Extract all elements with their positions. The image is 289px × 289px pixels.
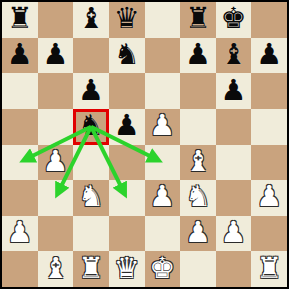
square-f6[interactable] — [180, 73, 216, 109]
black-pawn-piece[interactable]: ♟ — [221, 76, 247, 105]
square-a1[interactable] — [2, 251, 38, 287]
square-g4[interactable] — [216, 145, 252, 181]
white-rook-piece[interactable]: ♜ — [256, 254, 282, 283]
white-bishop-piece[interactable]: ♝ — [42, 254, 68, 283]
square-h5[interactable] — [251, 109, 287, 145]
square-g8[interactable]: ♚ — [216, 2, 252, 38]
black-pawn-piece[interactable]: ♟ — [78, 76, 104, 105]
square-f3[interactable]: ♞ — [180, 180, 216, 216]
square-d6[interactable] — [109, 73, 145, 109]
square-d7[interactable]: ♞ — [109, 38, 145, 74]
black-knight-piece[interactable]: ♞ — [78, 111, 104, 140]
square-d8[interactable]: ♛ — [109, 2, 145, 38]
black-pawn-piece[interactable]: ♟ — [185, 40, 211, 69]
square-h8[interactable] — [251, 2, 287, 38]
square-b3[interactable] — [38, 180, 74, 216]
square-c2[interactable] — [73, 216, 109, 252]
white-bishop-piece[interactable]: ♝ — [185, 147, 211, 176]
white-pawn-piece[interactable]: ♟ — [149, 111, 175, 140]
square-g7[interactable]: ♝ — [216, 38, 252, 74]
square-d5[interactable]: ♟ — [109, 109, 145, 145]
square-f5[interactable] — [180, 109, 216, 145]
square-e1[interactable]: ♚ — [145, 251, 181, 287]
white-knight-piece[interactable]: ♞ — [78, 182, 104, 211]
white-queen-piece[interactable]: ♛ — [114, 254, 140, 283]
square-d2[interactable] — [109, 216, 145, 252]
black-pawn-piece[interactable]: ♟ — [114, 111, 140, 140]
square-e8[interactable] — [145, 2, 181, 38]
white-pawn-piece[interactable]: ♟ — [185, 218, 211, 247]
black-king-piece[interactable]: ♚ — [221, 4, 247, 33]
square-a4[interactable] — [2, 145, 38, 181]
black-knight-piece[interactable]: ♞ — [114, 40, 140, 69]
square-h4[interactable] — [251, 145, 287, 181]
white-pawn-piece[interactable]: ♟ — [7, 218, 33, 247]
white-pawn-piece[interactable]: ♟ — [221, 218, 247, 247]
square-f4[interactable]: ♝ — [180, 145, 216, 181]
square-g1[interactable] — [216, 251, 252, 287]
square-a6[interactable] — [2, 73, 38, 109]
square-f8[interactable]: ♜ — [180, 2, 216, 38]
square-f2[interactable]: ♟ — [180, 216, 216, 252]
white-pawn-piece[interactable]: ♟ — [149, 182, 175, 211]
black-rook-piece[interactable]: ♜ — [185, 4, 211, 33]
square-a5[interactable] — [2, 109, 38, 145]
square-a8[interactable]: ♜ — [2, 2, 38, 38]
white-king-piece[interactable]: ♚ — [149, 254, 175, 283]
square-a3[interactable] — [2, 180, 38, 216]
square-e4[interactable] — [145, 145, 181, 181]
black-rook-piece[interactable]: ♜ — [7, 4, 33, 33]
square-h1[interactable]: ♜ — [251, 251, 287, 287]
square-f1[interactable] — [180, 251, 216, 287]
black-pawn-piece[interactable]: ♟ — [7, 40, 33, 69]
square-e7[interactable] — [145, 38, 181, 74]
square-d3[interactable] — [109, 180, 145, 216]
square-f7[interactable]: ♟ — [180, 38, 216, 74]
white-knight-piece[interactable]: ♞ — [185, 182, 211, 211]
white-pawn-piece[interactable]: ♟ — [42, 147, 68, 176]
white-pawn-piece[interactable]: ♟ — [256, 182, 282, 211]
square-d1[interactable]: ♛ — [109, 251, 145, 287]
square-e6[interactable] — [145, 73, 181, 109]
square-h2[interactable] — [251, 216, 287, 252]
white-rook-piece[interactable]: ♜ — [78, 254, 104, 283]
chess-board: ♜♝♛♜♚♟♟♞♟♝♟♟♟♞♟♟♟♝♞♟♞♟♟♟♟♝♜♛♚♜ — [0, 0, 289, 289]
chess-app: ♜♝♛♜♚♟♟♞♟♝♟♟♟♞♟♟♟♝♞♟♞♟♟♟♟♝♜♛♚♜ — [0, 0, 289, 289]
square-b2[interactable] — [38, 216, 74, 252]
square-c5-selected-highlight[interactable]: ♞ — [73, 109, 109, 145]
square-g5[interactable] — [216, 109, 252, 145]
square-a2[interactable]: ♟ — [2, 216, 38, 252]
square-g6[interactable]: ♟ — [216, 73, 252, 109]
square-c4[interactable] — [73, 145, 109, 181]
square-c6[interactable]: ♟ — [73, 73, 109, 109]
black-queen-piece[interactable]: ♛ — [114, 4, 140, 33]
square-h7[interactable]: ♟ — [251, 38, 287, 74]
square-b5[interactable] — [38, 109, 74, 145]
square-d4[interactable] — [109, 145, 145, 181]
square-e5[interactable]: ♟ — [145, 109, 181, 145]
square-e3[interactable]: ♟ — [145, 180, 181, 216]
square-h6[interactable] — [251, 73, 287, 109]
black-pawn-piece[interactable]: ♟ — [256, 40, 282, 69]
black-bishop-piece[interactable]: ♝ — [78, 4, 104, 33]
square-b4[interactable]: ♟ — [38, 145, 74, 181]
square-b1[interactable]: ♝ — [38, 251, 74, 287]
black-pawn-piece[interactable]: ♟ — [42, 40, 68, 69]
square-b8[interactable] — [38, 2, 74, 38]
square-a7[interactable]: ♟ — [2, 38, 38, 74]
square-c3[interactable]: ♞ — [73, 180, 109, 216]
square-h3[interactable]: ♟ — [251, 180, 287, 216]
square-c8[interactable]: ♝ — [73, 2, 109, 38]
square-e2[interactable] — [145, 216, 181, 252]
square-b7[interactable]: ♟ — [38, 38, 74, 74]
square-c7[interactable] — [73, 38, 109, 74]
square-g3[interactable] — [216, 180, 252, 216]
black-bishop-piece[interactable]: ♝ — [221, 40, 247, 69]
square-b6[interactable] — [38, 73, 74, 109]
square-g2[interactable]: ♟ — [216, 216, 252, 252]
square-c1[interactable]: ♜ — [73, 251, 109, 287]
